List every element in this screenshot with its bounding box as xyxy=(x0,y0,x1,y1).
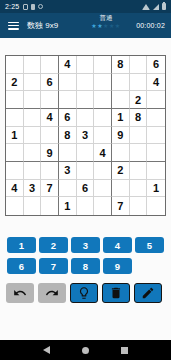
cell-r2c5[interactable] xyxy=(77,74,95,92)
hamburger-icon[interactable] xyxy=(8,22,19,30)
undo-button[interactable] xyxy=(6,283,34,303)
cell-r9c2[interactable] xyxy=(24,197,42,215)
cell-r7c3[interactable] xyxy=(41,162,59,180)
sudoku-app-screen: 2:25 数独 9x9 普通 ★★★★★ 00:00:02 4862642461… xyxy=(0,0,171,360)
app-bar: 数独 9x9 普通 ★★★★★ 00:00:02 xyxy=(0,13,171,38)
cell-r7c2[interactable] xyxy=(24,162,42,180)
numpad-button-7[interactable]: 7 xyxy=(39,258,68,274)
cell-r4c5[interactable] xyxy=(77,109,95,127)
cell-r5c8[interactable] xyxy=(130,127,148,145)
cell-r6c9[interactable] xyxy=(147,144,165,162)
cell-r4c4[interactable]: 6 xyxy=(59,109,77,127)
android-nav-bar xyxy=(0,340,171,360)
undo-icon xyxy=(13,286,27,300)
cell-r1c9[interactable]: 6 xyxy=(147,56,165,74)
battery-saver-icon xyxy=(31,4,35,10)
difficulty-stars: ★★★★★ xyxy=(91,23,120,29)
tool-row xyxy=(6,283,166,303)
cell-r2c2[interactable] xyxy=(24,74,42,92)
cell-r8c2[interactable]: 3 xyxy=(24,180,42,198)
battery-icon xyxy=(162,3,166,10)
cell-r9c5[interactable] xyxy=(77,197,95,215)
cell-r2c9[interactable]: 4 xyxy=(147,74,165,92)
recents-icon[interactable] xyxy=(121,347,128,354)
cell-r7c6[interactable] xyxy=(94,162,112,180)
cell-r5c2[interactable] xyxy=(24,127,42,145)
sudoku-board: 48626424618183994324376117 xyxy=(5,55,166,216)
numpad-button-9[interactable]: 9 xyxy=(103,258,132,274)
cell-r8c7[interactable] xyxy=(112,180,130,198)
cell-r6c6[interactable]: 4 xyxy=(94,144,112,162)
page-title: 数独 9x9 xyxy=(27,20,58,31)
delete-trash-icon xyxy=(109,286,123,300)
cell-r2c8[interactable] xyxy=(130,74,148,92)
cell-r4c2[interactable] xyxy=(24,109,42,127)
cell-r1c5[interactable] xyxy=(77,56,95,74)
cell-r5c7[interactable]: 9 xyxy=(112,127,130,145)
cell-r3c4[interactable] xyxy=(59,91,77,109)
cell-r9c8[interactable] xyxy=(130,197,148,215)
cell-r3c9[interactable] xyxy=(147,91,165,109)
numpad-button-1[interactable]: 1 xyxy=(7,237,36,253)
back-icon[interactable] xyxy=(43,346,50,354)
cell-r2c6[interactable] xyxy=(94,74,112,92)
cell-r2c4[interactable] xyxy=(59,74,77,92)
status-right-icons xyxy=(142,3,166,10)
cell-r8c1[interactable]: 4 xyxy=(6,180,24,198)
status-time: 2:25 xyxy=(5,3,19,10)
cell-r9c3[interactable] xyxy=(41,197,59,215)
cell-r1c6[interactable] xyxy=(94,56,112,74)
cell-r6c3[interactable]: 9 xyxy=(41,144,59,162)
cell-r5c5[interactable]: 3 xyxy=(77,127,95,145)
cell-r8c8[interactable] xyxy=(130,180,148,198)
cell-r1c8[interactable] xyxy=(130,56,148,74)
cell-r5c1[interactable]: 1 xyxy=(6,127,24,145)
numpad-button-4[interactable]: 4 xyxy=(103,237,132,253)
difficulty-label: 普通 xyxy=(91,15,120,22)
cell-r9c9[interactable] xyxy=(147,197,165,215)
cell-r7c8[interactable] xyxy=(130,162,148,180)
cell-r1c4[interactable]: 4 xyxy=(59,56,77,74)
cell-r8c6[interactable] xyxy=(94,180,112,198)
cell-r4c8[interactable]: 8 xyxy=(130,109,148,127)
cell-r4c3[interactable]: 4 xyxy=(41,109,59,127)
pencil-button[interactable] xyxy=(134,283,162,303)
home-icon[interactable] xyxy=(82,347,89,354)
cell-r1c3[interactable] xyxy=(41,56,59,74)
cell-r4c9[interactable] xyxy=(147,109,165,127)
numpad-row-2: 6789 xyxy=(7,258,135,274)
cell-r8c3[interactable]: 7 xyxy=(41,180,59,198)
pencil-edit-icon xyxy=(141,286,155,300)
cell-r7c1[interactable] xyxy=(6,162,24,180)
cell-r7c9[interactable] xyxy=(147,162,165,180)
cell-r7c4[interactable]: 3 xyxy=(59,162,77,180)
game-timer: 00:00:02 xyxy=(136,22,165,29)
cell-r5c3[interactable] xyxy=(41,127,59,145)
status-bar: 2:25 xyxy=(0,0,171,13)
star-icon: ★ xyxy=(115,23,121,29)
cell-r3c6[interactable] xyxy=(94,91,112,109)
cell-r7c7[interactable]: 2 xyxy=(112,162,130,180)
cell-r8c9[interactable]: 1 xyxy=(147,180,165,198)
cell-r3c3[interactable] xyxy=(41,91,59,109)
hint-button[interactable] xyxy=(70,283,98,303)
numpad-button-8[interactable]: 8 xyxy=(71,258,100,274)
cell-r9c4[interactable]: 1 xyxy=(59,197,77,215)
cell-r5c4[interactable]: 8 xyxy=(59,127,77,145)
cell-r8c4[interactable] xyxy=(59,180,77,198)
cell-r1c2[interactable] xyxy=(24,56,42,74)
cell-r7c5[interactable] xyxy=(77,162,95,180)
cell-r1c7[interactable]: 8 xyxy=(112,56,130,74)
cell-r6c5[interactable] xyxy=(77,144,95,162)
cell-r6c1[interactable] xyxy=(6,144,24,162)
cell-r6c8[interactable] xyxy=(130,144,148,162)
numpad-button-6[interactable]: 6 xyxy=(7,258,36,274)
cell-r1c1[interactable] xyxy=(6,56,24,74)
cell-r6c4[interactable] xyxy=(59,144,77,162)
cell-r9c1[interactable] xyxy=(6,197,24,215)
numpad-button-5[interactable]: 5 xyxy=(135,237,164,253)
wifi-icon xyxy=(142,4,150,10)
numpad-row-1: 12345 xyxy=(7,237,167,253)
cell-r3c1[interactable] xyxy=(6,91,24,109)
difficulty-indicator: 普通 ★★★★★ xyxy=(91,15,120,29)
status-left-icons xyxy=(23,4,43,10)
cell-r3c8[interactable]: 2 xyxy=(130,91,148,109)
data-saver-icon xyxy=(38,4,43,9)
cell-r3c5[interactable] xyxy=(77,91,95,109)
cell-r3c2[interactable] xyxy=(24,91,42,109)
cell-r4c7[interactable]: 1 xyxy=(112,109,130,127)
cell-r8c5[interactable]: 6 xyxy=(77,180,95,198)
cell-r9c6[interactable] xyxy=(94,197,112,215)
redo-button[interactable] xyxy=(38,283,66,303)
cell-r6c7[interactable] xyxy=(112,144,130,162)
cell-r3c7[interactable] xyxy=(112,91,130,109)
vibrate-icon xyxy=(23,4,28,10)
cell-r2c1[interactable]: 2 xyxy=(6,74,24,92)
hint-bulb-icon xyxy=(77,286,91,300)
cell-r2c3[interactable]: 6 xyxy=(41,74,59,92)
redo-icon xyxy=(45,286,59,300)
cell-r2c7[interactable] xyxy=(112,74,130,92)
numpad-button-3[interactable]: 3 xyxy=(71,237,100,253)
numpad-button-2[interactable]: 2 xyxy=(39,237,68,253)
cell-r6c2[interactable] xyxy=(24,144,42,162)
cell-r5c9[interactable] xyxy=(147,127,165,145)
cell-r4c6[interactable] xyxy=(94,109,112,127)
cell-r4c1[interactable] xyxy=(6,109,24,127)
signal-icon xyxy=(153,4,159,10)
cell-r9c7[interactable]: 7 xyxy=(112,197,130,215)
cell-r5c6[interactable] xyxy=(94,127,112,145)
delete-button[interactable] xyxy=(102,283,130,303)
